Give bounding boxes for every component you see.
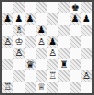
square-f2[interactable] <box>58 70 69 81</box>
square-a2[interactable] <box>2 70 13 81</box>
square-a8[interactable] <box>2 2 13 13</box>
square-f7[interactable] <box>58 13 69 24</box>
square-h1[interactable] <box>81 82 92 93</box>
square-h5[interactable] <box>81 36 92 47</box>
white-rook[interactable]: ♖ <box>48 70 57 80</box>
square-a4[interactable] <box>2 48 13 59</box>
square-c4[interactable] <box>25 48 36 59</box>
square-g2[interactable] <box>70 70 81 81</box>
white-bishop[interactable]: ♗ <box>14 25 23 35</box>
square-h2[interactable]: ♙ <box>81 70 92 81</box>
square-g4[interactable] <box>70 48 81 59</box>
square-f1[interactable] <box>58 82 69 93</box>
square-g7[interactable]: ♟ <box>70 13 81 24</box>
black-king[interactable]: ♚ <box>71 2 80 12</box>
square-g5[interactable] <box>70 36 81 47</box>
square-e1[interactable] <box>47 82 58 93</box>
white-pawn[interactable]: ♙ <box>14 48 23 58</box>
black-pawn[interactable]: ♟ <box>3 14 12 24</box>
square-g6[interactable] <box>70 25 81 36</box>
square-e5[interactable]: ♟ <box>47 36 58 47</box>
square-b8[interactable] <box>13 2 24 13</box>
square-b6[interactable]: ♗ <box>13 25 24 36</box>
square-h4[interactable] <box>81 48 92 59</box>
square-h6[interactable] <box>81 25 92 36</box>
square-f5[interactable] <box>58 36 69 47</box>
square-d3[interactable] <box>36 59 47 70</box>
square-a7[interactable]: ♟ <box>2 13 13 24</box>
white-rook[interactable]: ♖ <box>3 82 12 92</box>
square-h8[interactable] <box>81 2 92 13</box>
square-b4[interactable]: ♙ <box>13 48 24 59</box>
square-g3[interactable] <box>70 59 81 70</box>
square-d7[interactable] <box>36 13 47 24</box>
black-pawn[interactable]: ♟ <box>82 14 91 24</box>
square-d4[interactable] <box>36 48 47 59</box>
square-e6[interactable] <box>47 25 58 36</box>
square-f6[interactable] <box>58 25 69 36</box>
square-f8[interactable] <box>58 2 69 13</box>
square-d2[interactable] <box>36 70 47 81</box>
square-h3[interactable] <box>81 59 92 70</box>
square-a6[interactable] <box>2 25 13 36</box>
square-c1[interactable] <box>25 82 36 93</box>
square-a5[interactable]: ♙ <box>2 36 13 47</box>
square-d1[interactable]: ♕ <box>36 82 47 93</box>
black-pawn[interactable]: ♟ <box>71 14 80 24</box>
black-pawn[interactable]: ♟ <box>37 25 46 35</box>
white-king[interactable]: ♔ <box>14 36 23 46</box>
square-e4[interactable]: ♙ <box>47 48 58 59</box>
square-c5[interactable] <box>25 36 36 47</box>
square-c3[interactable]: ♛ <box>25 59 36 70</box>
square-a3[interactable] <box>2 59 13 70</box>
square-b5[interactable]: ♔ <box>13 36 24 47</box>
white-pawn[interactable]: ♙ <box>82 70 91 80</box>
square-e3[interactable] <box>47 59 58 70</box>
square-b7[interactable]: ♟ <box>13 13 24 24</box>
white-queen[interactable]: ♕ <box>37 82 46 92</box>
chess-board: ♚♟♟♟♟♟♗♟♙♔♙♟♙♙♛♜♖♙♖♕ <box>0 0 94 95</box>
square-f3[interactable]: ♜ <box>58 59 69 70</box>
square-h7[interactable]: ♟ <box>81 13 92 24</box>
square-b3[interactable] <box>13 59 24 70</box>
square-c6[interactable] <box>25 25 36 36</box>
white-pawn[interactable]: ♙ <box>3 36 12 46</box>
black-rook[interactable]: ♜ <box>59 59 68 69</box>
square-b2[interactable] <box>13 70 24 81</box>
white-pawn[interactable]: ♙ <box>37 36 46 46</box>
square-a1[interactable]: ♖ <box>2 82 13 93</box>
square-d5[interactable]: ♙ <box>36 36 47 47</box>
black-pawn[interactable]: ♟ <box>14 14 23 24</box>
square-b1[interactable] <box>13 82 24 93</box>
square-c2[interactable] <box>25 70 36 81</box>
square-e2[interactable]: ♖ <box>47 70 58 81</box>
square-c7[interactable]: ♟ <box>25 13 36 24</box>
square-d8[interactable] <box>36 2 47 13</box>
white-pawn[interactable]: ♙ <box>48 48 57 58</box>
black-pawn[interactable]: ♟ <box>48 36 57 46</box>
black-pawn[interactable]: ♟ <box>26 14 35 24</box>
black-queen[interactable]: ♛ <box>26 59 35 69</box>
square-c8[interactable] <box>25 2 36 13</box>
square-d6[interactable]: ♟ <box>36 25 47 36</box>
square-g1[interactable] <box>70 82 81 93</box>
square-f4[interactable] <box>58 48 69 59</box>
square-g8[interactable]: ♚ <box>70 2 81 13</box>
square-e8[interactable] <box>47 2 58 13</box>
square-e7[interactable] <box>47 13 58 24</box>
